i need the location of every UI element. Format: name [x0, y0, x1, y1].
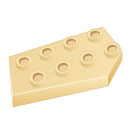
product-image-canvas: [0, 0, 135, 135]
duplo-plate-render: [0, 0, 135, 135]
